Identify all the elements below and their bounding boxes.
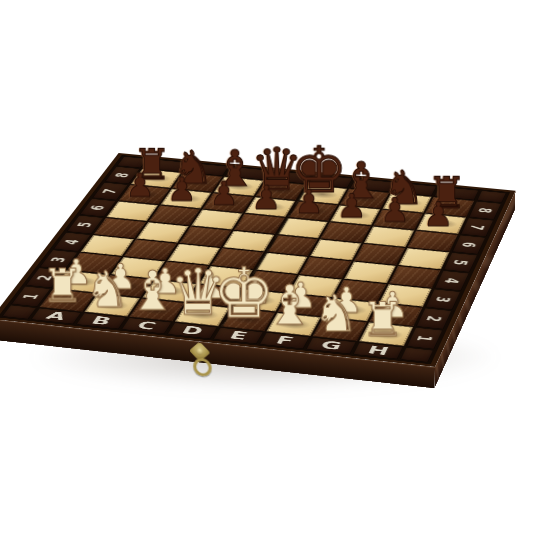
rank-label-text: 4: [62, 239, 83, 246]
file-label-text: E: [227, 330, 249, 342]
rank-label-text: 7: [467, 224, 487, 230]
rank-label-text: 6: [459, 241, 479, 248]
frame-corner-tile: [400, 347, 434, 362]
file-label-text: H: [365, 344, 390, 357]
brass-latch-icon: [187, 341, 214, 374]
square-h7[interactable]: ♟: [417, 214, 467, 234]
square-h5[interactable]: [398, 248, 449, 269]
rank-label-text: 4: [442, 277, 462, 284]
rank-label-text: 5: [75, 221, 95, 227]
file-label-H: H: [353, 342, 404, 359]
rank-label-right-5: 5: [443, 252, 478, 272]
piece-white-rook-h1[interactable]: ♜: [339, 297, 427, 341]
chess-scene: 8♜♞♝♛♚♝♞♜87♟♟♟♟♟♟♟♟7665544332♟♟♟♟♟♟♟♟21♜…: [0, 153, 516, 367]
photo-stage: 8♜♞♝♛♚♝♞♜87♟♟♟♟♟♟♟♟7665544332♟♟♟♟♟♟♟♟21♜…: [0, 0, 533, 533]
rank-label-text: 5: [450, 259, 470, 266]
rank-label-right-4: 4: [434, 270, 469, 290]
rank-label-left-4: 4: [53, 232, 91, 251]
folding-chessboard: 8♜♞♝♛♚♝♞♜87♟♟♟♟♟♟♟♟7665544332♟♟♟♟♟♟♟♟21♜…: [0, 153, 516, 367]
rank-label-text: 8: [475, 207, 494, 213]
square-f5[interactable]: [310, 239, 361, 260]
rank-label-text: 6: [88, 205, 108, 211]
rank-label-right-6: 6: [452, 235, 486, 254]
